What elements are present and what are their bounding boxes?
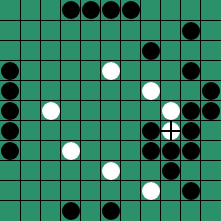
black-stone	[142, 142, 160, 160]
white-stone	[102, 162, 120, 180]
board-cell-r2-c5[interactable]	[101, 41, 120, 60]
board-cell-r1-c10[interactable]	[201, 21, 221, 40]
board-cell-r6-c10[interactable]	[201, 121, 221, 140]
board-cell-r2-c10[interactable]	[201, 41, 221, 60]
board-cell-r0-c5[interactable]	[101, 0, 120, 20]
board-cell-r10-c2[interactable]	[41, 201, 60, 221]
black-stone	[142, 122, 160, 140]
board-cell-r5-c8[interactable]	[161, 101, 180, 120]
board-cell-r7-c8[interactable]	[161, 141, 180, 160]
board-cell-r10-c3[interactable]	[61, 201, 80, 221]
game-board-wrapper	[0, 0, 221, 221]
board-cell-r10-c8[interactable]	[161, 201, 180, 221]
white-stone	[162, 102, 180, 120]
black-stone	[182, 22, 200, 40]
board-cell-r8-c0[interactable]	[0, 161, 20, 180]
board-cell-r2-c4[interactable]	[81, 41, 100, 60]
board-cell-r10-c7[interactable]	[141, 201, 160, 221]
white-stone	[142, 182, 160, 200]
board-cell-r1-c5[interactable]	[101, 21, 120, 40]
black-stone	[182, 102, 200, 120]
black-stone	[182, 122, 200, 140]
board-cell-r6-c7[interactable]	[141, 121, 160, 140]
go-board	[0, 0, 221, 221]
board-cell-r10-c1[interactable]	[21, 201, 40, 221]
board-cell-r3-c1[interactable]	[21, 61, 40, 80]
board-cell-r2-c9[interactable]	[181, 41, 200, 60]
board-cell-r8-c2[interactable]	[41, 161, 60, 180]
board-cell-r3-c10[interactable]	[201, 61, 221, 80]
board-cell-r1-c7[interactable]	[141, 21, 160, 40]
board-cell-r3-c4[interactable]	[81, 61, 100, 80]
cross-marker-icon	[161, 130, 180, 132]
board-cell-r4-c10[interactable]	[201, 81, 221, 100]
white-stone	[62, 142, 80, 160]
board-cell-r9-c4[interactable]	[81, 181, 100, 200]
board-cell-r7-c3[interactable]	[61, 141, 80, 160]
board-cell-r7-c9[interactable]	[181, 141, 200, 160]
board-cell-r2-c6[interactable]	[121, 41, 140, 60]
board-cell-r6-c5[interactable]	[101, 121, 120, 140]
board-cell-r9-c0[interactable]	[0, 181, 20, 200]
board-cell-r2-c2[interactable]	[41, 41, 60, 60]
board-cell-r9-c1[interactable]	[21, 181, 40, 200]
white-stone	[142, 82, 160, 100]
black-stone	[202, 82, 220, 100]
board-cell-r7-c10[interactable]	[201, 141, 221, 160]
board-cell-r7-c1[interactable]	[21, 141, 40, 160]
board-cell-r8-c9[interactable]	[181, 161, 200, 180]
board-cell-r8-c4[interactable]	[81, 161, 100, 180]
black-stone	[182, 182, 200, 200]
board-cell-r0-c4[interactable]	[81, 0, 100, 20]
board-cell-r2-c3[interactable]	[61, 41, 80, 60]
board-cell-r3-c0[interactable]	[0, 61, 20, 80]
black-stone	[62, 202, 80, 220]
board-cell-r0-c9[interactable]	[181, 0, 200, 20]
board-cell-r6-c1[interactable]	[21, 121, 40, 140]
board-cell-r2-c0[interactable]	[0, 41, 20, 60]
board-cell-r8-c8[interactable]	[161, 161, 180, 180]
board-cell-r7-c4[interactable]	[81, 141, 100, 160]
board-cell-r1-c1[interactable]	[21, 21, 40, 40]
board-cell-r7-c6[interactable]	[121, 141, 140, 160]
board-cell-r7-c7[interactable]	[141, 141, 160, 160]
board-cell-r3-c2[interactable]	[41, 61, 60, 80]
board-cell-r3-c8[interactable]	[161, 61, 180, 80]
board-cell-r0-c3[interactable]	[61, 0, 80, 20]
board-cell-r5-c9[interactable]	[181, 101, 200, 120]
board-cell-r8-c7[interactable]	[141, 161, 160, 180]
board-cell-r0-c6[interactable]	[121, 0, 140, 20]
board-cell-r8-c6[interactable]	[121, 161, 140, 180]
board-cell-r6-c4[interactable]	[81, 121, 100, 140]
black-stone	[182, 142, 200, 160]
black-stone	[182, 62, 200, 80]
board-cell-r1-c8[interactable]	[161, 21, 180, 40]
black-stone	[102, 1, 120, 19]
board-cell-r5-c3[interactable]	[61, 101, 80, 120]
black-stone	[162, 142, 180, 160]
board-cell-r9-c10[interactable]	[201, 181, 221, 200]
board-cell-r5-c5[interactable]	[101, 101, 120, 120]
board-cell-r5-c4[interactable]	[81, 101, 100, 120]
board-cell-r0-c2[interactable]	[41, 0, 60, 20]
board-cell-r3-c7[interactable]	[141, 61, 160, 80]
board-cell-r5-c1[interactable]	[21, 101, 40, 120]
board-cell-r0-c10[interactable]	[201, 0, 221, 20]
black-stone	[82, 1, 100, 19]
board-cell-r8-c10[interactable]	[201, 161, 221, 180]
board-cell-r9-c8[interactable]	[161, 181, 180, 200]
board-cell-r10-c0[interactable]	[0, 201, 20, 221]
board-cell-r6-c8[interactable]	[161, 121, 180, 140]
board-cell-r6-c2[interactable]	[41, 121, 60, 140]
white-stone	[102, 62, 120, 80]
board-cell-r5-c10[interactable]	[201, 101, 221, 120]
board-cell-r5-c7[interactable]	[141, 101, 160, 120]
board-cell-r1-c4[interactable]	[81, 21, 100, 40]
board-cell-r9-c3[interactable]	[61, 181, 80, 200]
board-cell-r9-c5[interactable]	[101, 181, 120, 200]
black-stone	[1, 62, 19, 80]
board-cell-r8-c3[interactable]	[61, 161, 80, 180]
board-cell-r9-c2[interactable]	[41, 181, 60, 200]
board-cell-r1-c9[interactable]	[181, 21, 200, 40]
board-cell-r0-c7[interactable]	[141, 0, 160, 20]
board-cell-r6-c9[interactable]	[181, 121, 200, 140]
board-cell-r8-c1[interactable]	[21, 161, 40, 180]
board-cell-r4-c9[interactable]	[181, 81, 200, 100]
board-cell-r4-c5[interactable]	[101, 81, 120, 100]
board-cell-r4-c8[interactable]	[161, 81, 180, 100]
black-stone	[142, 42, 160, 60]
board-cell-r9-c6[interactable]	[121, 181, 140, 200]
board-cell-r1-c0[interactable]	[0, 21, 20, 40]
black-stone	[202, 102, 220, 120]
black-stone	[1, 142, 19, 160]
black-stone	[122, 1, 140, 19]
board-cell-r10-c4[interactable]	[81, 201, 100, 221]
board-cell-r5-c2[interactable]	[41, 101, 60, 120]
black-stone	[1, 82, 19, 100]
board-cell-r3-c5[interactable]	[101, 61, 120, 80]
black-stone	[102, 202, 120, 220]
board-cell-r2-c8[interactable]	[161, 41, 180, 60]
board-cell-r3-c9[interactable]	[181, 61, 200, 80]
board-cell-r4-c7[interactable]	[141, 81, 160, 100]
board-cell-r4-c4[interactable]	[81, 81, 100, 100]
board-cell-r0-c1[interactable]	[21, 0, 40, 20]
board-cell-r7-c5[interactable]	[101, 141, 120, 160]
board-cell-r1-c6[interactable]	[121, 21, 140, 40]
black-stone	[62, 1, 80, 19]
board-cell-r10-c9[interactable]	[181, 201, 200, 221]
board-cell-r10-c6[interactable]	[121, 201, 140, 221]
board-cell-r0-c8[interactable]	[161, 0, 180, 20]
board-cell-r1-c3[interactable]	[61, 21, 80, 40]
board-cell-r7-c2[interactable]	[41, 141, 60, 160]
black-stone	[1, 122, 19, 140]
black-stone	[1, 102, 19, 120]
board-cell-r4-c1[interactable]	[21, 81, 40, 100]
board-cell-r9-c9[interactable]	[181, 181, 200, 200]
board-cell-r5-c6[interactable]	[121, 101, 140, 120]
white-stone	[42, 102, 60, 120]
board-cell-r3-c3[interactable]	[61, 61, 80, 80]
board-cell-r0-c0[interactable]	[0, 0, 20, 20]
board-cell-r6-c6[interactable]	[121, 121, 140, 140]
board-cell-r5-c0[interactable]	[0, 101, 20, 120]
board-cell-r3-c6[interactable]	[121, 61, 140, 80]
board-cell-r6-c3[interactable]	[61, 121, 80, 140]
board-cell-r2-c7[interactable]	[141, 41, 160, 60]
black-stone	[162, 162, 180, 180]
board-cell-r8-c5[interactable]	[101, 161, 120, 180]
board-cell-r2-c1[interactable]	[21, 41, 40, 60]
board-cell-r6-c0[interactable]	[0, 121, 20, 140]
board-cell-r4-c3[interactable]	[61, 81, 80, 100]
board-cell-r1-c2[interactable]	[41, 21, 60, 40]
board-cell-r10-c10[interactable]	[201, 201, 221, 221]
board-cell-r4-c6[interactable]	[121, 81, 140, 100]
board-cell-r4-c2[interactable]	[41, 81, 60, 100]
board-cell-r9-c7[interactable]	[141, 181, 160, 200]
board-cell-r10-c5[interactable]	[101, 201, 120, 221]
board-cell-r7-c0[interactable]	[0, 141, 20, 160]
board-cell-r4-c0[interactable]	[0, 81, 20, 100]
